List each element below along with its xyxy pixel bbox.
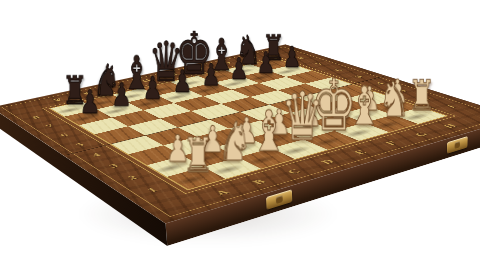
white-rook-icon: ♜	[138, 130, 260, 179]
chess-set-photo: 87654321 87654321 ABCDEFGH ABCDEFGH ♜♞♝♛…	[0, 0, 480, 268]
brass-clasp-icon	[447, 136, 468, 154]
brass-clasp-icon	[266, 189, 292, 210]
clasp-pin-icon	[275, 195, 282, 204]
clasp-pin-icon	[455, 141, 461, 149]
